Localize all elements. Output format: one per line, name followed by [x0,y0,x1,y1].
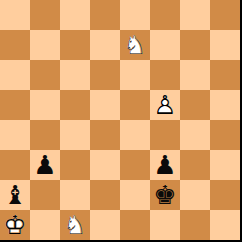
square-b1[interactable] [30,210,60,240]
square-c2[interactable] [60,180,90,210]
square-g5[interactable] [180,90,210,120]
square-d8[interactable] [90,0,120,30]
square-c6[interactable] [60,60,90,90]
square-h2[interactable] [210,180,240,210]
square-h7[interactable] [210,30,240,60]
black-king[interactable]: ♚ [150,180,180,210]
black-pawn[interactable]: ♟ [30,150,60,180]
square-h3[interactable] [210,150,240,180]
black-pawn-icon: ♟ [30,150,60,180]
square-g4[interactable] [180,120,210,150]
chess-board: ♞♘♟♙♟♟♝♚♚♔♞♘ [0,0,242,242]
square-h1[interactable] [210,210,240,240]
square-f4[interactable] [150,120,180,150]
square-e4[interactable] [120,120,150,150]
square-a6[interactable] [0,60,30,90]
square-e8[interactable] [120,0,150,30]
square-h4[interactable] [210,120,240,150]
white-pawn-icon: ♙ [150,90,180,120]
white-knight[interactable]: ♞♘ [60,210,90,240]
square-a2[interactable]: ♝ [0,180,30,210]
white-pawn[interactable]: ♟♙ [150,90,180,120]
black-king-icon: ♚ [150,180,180,210]
square-f6[interactable] [150,60,180,90]
square-c3[interactable] [60,150,90,180]
square-a7[interactable] [0,30,30,60]
square-b6[interactable] [30,60,60,90]
black-bishop[interactable]: ♝ [0,180,30,210]
black-pawn[interactable]: ♟ [150,150,180,180]
square-b3[interactable]: ♟ [30,150,60,180]
white-king-icon: ♔ [0,210,30,240]
square-e2[interactable] [120,180,150,210]
square-c8[interactable] [60,0,90,30]
black-bishop-icon: ♝ [0,180,30,210]
square-g2[interactable] [180,180,210,210]
square-e3[interactable] [120,150,150,180]
square-h6[interactable] [210,60,240,90]
square-a4[interactable] [0,120,30,150]
square-f2[interactable]: ♚ [150,180,180,210]
square-f7[interactable] [150,30,180,60]
square-a8[interactable] [0,0,30,30]
square-b8[interactable] [30,0,60,30]
white-king[interactable]: ♚♔ [0,210,30,240]
square-c4[interactable] [60,120,90,150]
square-d6[interactable] [90,60,120,90]
square-b7[interactable] [30,30,60,60]
white-knight-icon: ♘ [60,210,90,240]
square-e5[interactable] [120,90,150,120]
square-d3[interactable] [90,150,120,180]
square-e1[interactable] [120,210,150,240]
square-g6[interactable] [180,60,210,90]
square-d2[interactable] [90,180,120,210]
square-d4[interactable] [90,120,120,150]
black-pawn-icon: ♟ [150,150,180,180]
square-g7[interactable] [180,30,210,60]
square-a1[interactable]: ♚♔ [0,210,30,240]
square-b4[interactable] [30,120,60,150]
square-b2[interactable] [30,180,60,210]
square-c5[interactable] [60,90,90,120]
white-knight-icon: ♘ [120,30,150,60]
square-d7[interactable] [90,30,120,60]
square-f1[interactable] [150,210,180,240]
square-a3[interactable] [0,150,30,180]
square-c7[interactable] [60,30,90,60]
square-e6[interactable] [120,60,150,90]
square-f3[interactable]: ♟ [150,150,180,180]
square-b5[interactable] [30,90,60,120]
square-e7[interactable]: ♞♘ [120,30,150,60]
square-h8[interactable] [210,0,240,30]
chess-board-widget: ♞♘♟♙♟♟♝♚♚♔♞♘ [0,0,242,242]
square-d1[interactable] [90,210,120,240]
square-f8[interactable] [150,0,180,30]
square-c1[interactable]: ♞♘ [60,210,90,240]
square-g3[interactable] [180,150,210,180]
square-h5[interactable] [210,90,240,120]
square-a5[interactable] [0,90,30,120]
square-f5[interactable]: ♟♙ [150,90,180,120]
square-g8[interactable] [180,0,210,30]
white-knight[interactable]: ♞♘ [120,30,150,60]
square-d5[interactable] [90,90,120,120]
square-g1[interactable] [180,210,210,240]
